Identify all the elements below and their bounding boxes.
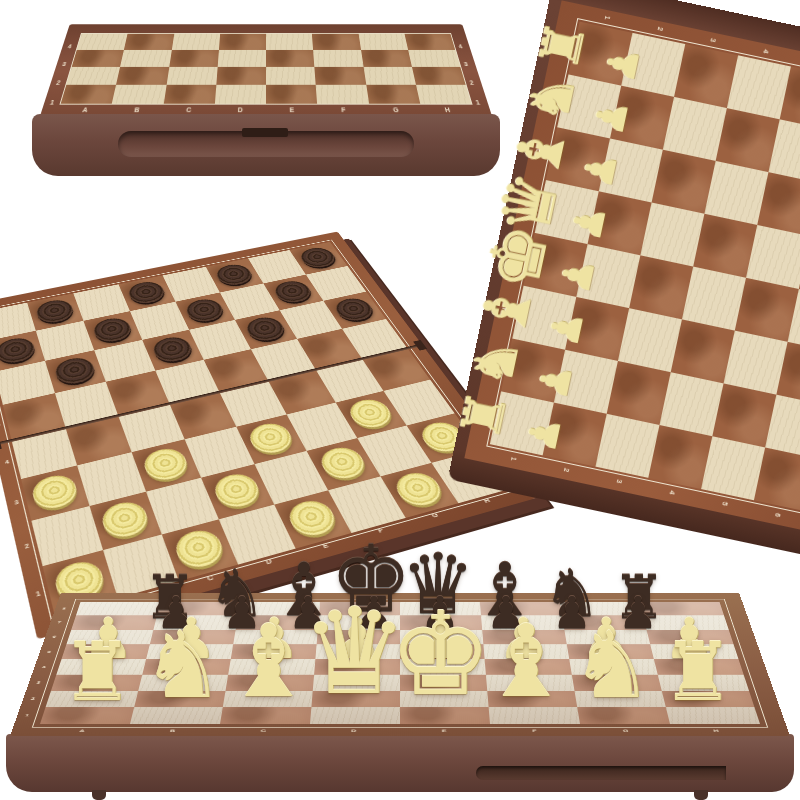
square-dark [312,34,361,50]
rank-label: 7 [57,621,61,624]
case-foot [694,790,708,800]
square-dark [169,50,219,67]
square-dark [124,34,174,50]
square-dark [361,50,412,67]
file-label: E [512,254,520,260]
rank-label: 2 [657,26,665,31]
square-dark [72,50,124,67]
file-label: A [79,729,85,732]
file-label: B [546,95,554,101]
square-light [408,50,460,67]
file-label: D [351,729,356,732]
rank-label: 5 [47,650,52,653]
view-chess-starting-array: ABCDEFGH12345678 ♜♞♝♚♛♝♞♜♟♟♟♟♟♟♟♟♟♟♟♟♟♟♟… [0,462,800,800]
square-light [266,67,316,85]
square-dark [266,85,317,104]
square-dark [163,85,216,104]
square-light [363,67,416,85]
closed-case-top: ABCDEFGH11223344 [40,24,492,116]
square-dark [216,67,266,85]
square-dark [412,67,466,85]
rank-label: 2 [30,697,35,700]
square-light [313,50,363,67]
rank-label: 6 [52,635,57,638]
closed-board-grid [61,34,472,104]
file-label: C [260,729,265,732]
rank-label: 5 [0,422,1,428]
square-light [316,85,369,104]
file-label: E [442,729,447,732]
file-label: C [534,148,542,154]
file-label: F [500,307,508,313]
rank-label: 1 [49,99,55,105]
file-label: F [532,729,537,732]
rank-label: 3 [62,61,67,67]
file-label: H [478,412,486,418]
square-dark [366,85,420,104]
square-dark [219,34,266,50]
square-light [217,50,266,67]
square-light [416,85,472,104]
rank-label: 2 [56,80,62,86]
file-label: A [557,42,565,48]
rank-label: 4 [458,44,463,49]
rank-label: 1 [475,99,481,105]
rank-label: 4 [67,44,72,49]
rank-label: 3 [36,681,41,684]
file-label: C [186,107,192,114]
case-front-edge [6,734,794,792]
case-foot [92,790,106,800]
distance-haze [40,602,760,724]
chess-board-perspective: ABCDEFGH12345678 [10,593,790,736]
square-light [112,85,166,104]
square-dark [266,50,315,67]
square-light [266,34,313,50]
rank-label: 1 [604,15,612,20]
square-light [120,50,171,67]
square-light [358,34,408,50]
square-light [171,34,220,50]
file-label: B [134,107,140,114]
square-dark [116,67,169,85]
rank-label: 3 [710,38,718,43]
closed-board-half [61,34,472,104]
square-light [215,85,266,104]
product-collage: ABCDEFGH11223344 ABCDEFGH12345678 112233… [0,0,800,800]
latch [242,128,288,137]
file-label: A [82,107,89,114]
file-label: E [289,107,294,114]
handle-groove [476,766,726,780]
file-label: H [444,107,451,114]
file-label: D [238,107,243,114]
vertical-board-grid [490,22,800,534]
file-label: G [490,359,498,366]
square-dark [61,85,117,104]
file-label: G [392,107,399,114]
rank-label: 8 [62,607,66,610]
square-dark [404,34,455,50]
file-label: D [523,201,531,207]
file-label: G [623,729,629,732]
rank-label: 4 [763,49,771,54]
square-dark [315,67,366,85]
rank-label: 1 [25,714,30,717]
rank-label: 2 [469,80,475,86]
square-light [166,67,217,85]
rank-label: 3 [463,61,468,67]
file-label: F [341,107,346,114]
rank-label: 1 [510,456,518,461]
file-label: H [713,729,719,732]
rank-label: 4 [42,665,47,668]
square-light [77,34,128,50]
file-label: B [170,729,176,732]
square-light [66,67,120,85]
hinge-clasp [413,340,427,351]
